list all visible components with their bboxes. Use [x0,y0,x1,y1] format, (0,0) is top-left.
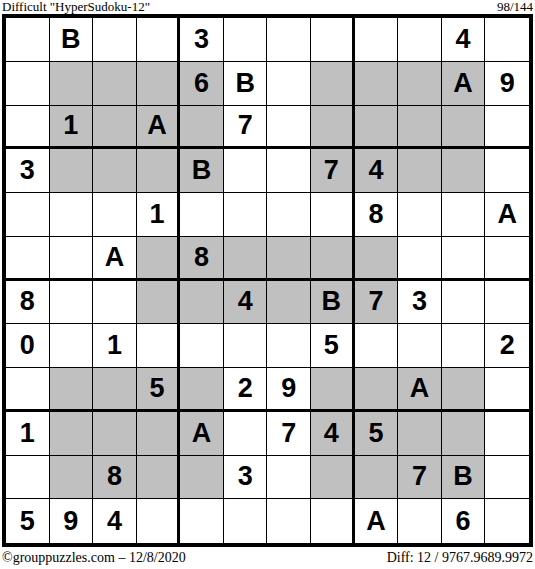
cell-r4c11[interactable] [442,149,486,193]
cell-r10c7[interactable]: 7 [267,412,311,456]
given-symbol: 7 [368,286,383,317]
cell-r9c3[interactable] [93,368,137,412]
cell-r1c9[interactable] [355,18,399,62]
given-symbol: 3 [412,286,427,317]
cell-r1c6[interactable] [224,18,268,62]
cell-r5c4[interactable]: 1 [137,193,181,237]
cell-r12c4[interactable] [137,499,181,543]
given-symbol: 3 [238,461,253,492]
cell-r3c1[interactable] [6,106,50,150]
cell-r10c6[interactable] [224,412,268,456]
cell-r3c4[interactable]: A [137,106,181,150]
cell-r10c4[interactable] [137,412,181,456]
given-symbol: 0 [20,330,35,361]
given-symbol: 4 [324,418,339,449]
cell-r9c2[interactable] [50,368,94,412]
cell-r12c10[interactable] [398,499,442,543]
cell-r8c6[interactable] [224,324,268,368]
cell-r8c8[interactable]: 5 [311,324,355,368]
cell-r9c8[interactable] [311,368,355,412]
cell-r6c5[interactable]: 8 [180,237,224,281]
cell-r11c1[interactable] [6,456,50,500]
given-symbol: 7 [281,418,296,449]
header: Difficult "HyperSudoku-12" 98/144 [2,0,533,14]
cell-r8c12[interactable]: 2 [485,324,529,368]
given-symbol: A [366,506,386,537]
cell-r7c4[interactable] [137,281,181,325]
cell-r1c4[interactable] [137,18,181,62]
cell-r4c5[interactable]: B [180,149,224,193]
given-symbol: 6 [456,506,471,537]
cell-r1c8[interactable] [311,18,355,62]
cell-r12c6[interactable] [224,499,268,543]
cell-r6c7[interactable] [267,237,311,281]
cell-r2c2[interactable] [50,62,94,106]
cell-r6c3[interactable]: A [93,237,137,281]
puzzle-page: Difficult "HyperSudoku-12" 98/144 B346BA… [0,0,535,569]
given-symbol: 8 [20,286,35,317]
cell-r1c5[interactable]: 3 [180,18,224,62]
cell-r5c11[interactable] [442,193,486,237]
cell-r2c6[interactable]: B [224,62,268,106]
given-symbol: 9 [281,373,296,404]
cell-r5c6[interactable] [224,193,268,237]
cell-r3c10[interactable] [398,106,442,150]
cell-r11c7[interactable] [267,456,311,500]
cell-r3c7[interactable] [267,106,311,150]
given-symbol: 2 [500,330,515,361]
given-symbol: 5 [368,418,383,449]
cell-r3c12[interactable] [485,106,529,150]
cell-r5c12[interactable]: A [485,193,529,237]
cell-r4c3[interactable] [93,149,137,193]
cell-r8c4[interactable] [137,324,181,368]
empty-cells-counter: 98/144 [497,0,533,13]
cell-r5c5[interactable] [180,193,224,237]
cell-r12c2[interactable]: 9 [50,499,94,543]
cell-r5c9[interactable]: 8 [355,193,399,237]
cell-r8c1[interactable]: 0 [6,324,50,368]
given-symbol: 5 [150,373,165,404]
cell-r2c9[interactable] [355,62,399,106]
cell-r10c2[interactable] [50,412,94,456]
cell-r8c3[interactable]: 1 [93,324,137,368]
cell-r10c3[interactable] [93,412,137,456]
given-symbol: 1 [63,110,78,141]
given-symbol: A [105,242,125,273]
cell-r11c8[interactable] [311,456,355,500]
given-symbol: 1 [20,418,35,449]
given-symbol: B [235,68,255,99]
cell-r4c12[interactable] [485,149,529,193]
cell-r1c12[interactable] [485,18,529,62]
cell-r1c3[interactable] [93,18,137,62]
cell-r6c4[interactable] [137,237,181,281]
cell-r8c9[interactable] [355,324,399,368]
given-symbol: 7 [324,155,339,186]
cell-r2c12[interactable]: 9 [485,62,529,106]
cell-r8c5[interactable] [180,324,224,368]
cell-r11c5[interactable] [180,456,224,500]
cell-r12c9[interactable]: A [355,499,399,543]
cell-r11c11[interactable]: B [442,456,486,500]
cell-r1c7[interactable] [267,18,311,62]
cell-r2c11[interactable]: A [442,62,486,106]
cell-r7c12[interactable] [485,281,529,325]
cell-r12c12[interactable] [485,499,529,543]
cell-r6c11[interactable] [442,237,486,281]
cell-r2c5[interactable]: 6 [180,62,224,106]
cell-r11c6[interactable]: 3 [224,456,268,500]
cell-r9c4[interactable]: 5 [137,368,181,412]
cell-r4c10[interactable] [398,149,442,193]
puzzle-title: Difficult "HyperSudoku-12" [2,0,150,13]
given-symbol: B [322,286,342,317]
cell-r9c11[interactable] [442,368,486,412]
given-symbol: 8 [194,242,209,273]
given-symbol: B [61,24,81,55]
given-symbol: 5 [324,330,339,361]
cell-r10c10[interactable] [398,412,442,456]
given-symbol: 1 [107,330,122,361]
cell-r10c1[interactable]: 1 [6,412,50,456]
given-symbol: 4 [238,286,253,317]
given-symbol: A [497,199,517,230]
cell-r9c5[interactable] [180,368,224,412]
cell-r1c1[interactable] [6,18,50,62]
footer: ©grouppuzzles.com – 12/8/2020 Diff: 12 /… [2,550,533,566]
cell-r6c10[interactable] [398,237,442,281]
cell-r1c10[interactable] [398,18,442,62]
cell-r8c11[interactable] [442,324,486,368]
cell-r10c8[interactable]: 4 [311,412,355,456]
cell-r8c7[interactable] [267,324,311,368]
cell-r5c2[interactable] [50,193,94,237]
cell-r4c2[interactable] [50,149,94,193]
cell-r6c1[interactable] [6,237,50,281]
cell-r10c12[interactable] [485,412,529,456]
cell-r11c3[interactable]: 8 [93,456,137,500]
cell-r8c10[interactable] [398,324,442,368]
cell-r6c2[interactable] [50,237,94,281]
cell-r3c3[interactable] [93,106,137,150]
given-symbol: 9 [500,68,515,99]
given-symbol: 8 [368,199,383,230]
cell-r10c11[interactable] [442,412,486,456]
given-symbol: 5 [20,506,35,537]
cell-r8c2[interactable] [50,324,94,368]
given-symbol: 3 [194,24,209,55]
cell-r2c4[interactable] [137,62,181,106]
cell-r7c3[interactable] [93,281,137,325]
cell-r7c8[interactable]: B [311,281,355,325]
given-symbol: 9 [63,506,78,537]
cell-r4c4[interactable] [137,149,181,193]
given-symbol: 3 [20,155,35,186]
given-symbol: A [453,68,473,99]
cell-r6c9[interactable] [355,237,399,281]
cell-r4c8[interactable]: 7 [311,149,355,193]
cell-r2c8[interactable] [311,62,355,106]
cell-r6c12[interactable] [485,237,529,281]
given-symbol: 8 [107,461,122,492]
cell-r7c6[interactable]: 4 [224,281,268,325]
cell-r7c11[interactable] [442,281,486,325]
cell-r4c9[interactable]: 4 [355,149,399,193]
cell-r2c7[interactable] [267,62,311,106]
cell-r11c2[interactable] [50,456,94,500]
cell-r2c1[interactable] [6,62,50,106]
difficulty-rating: Diff: 12 / 9767.9689.9972 [387,550,533,566]
cell-r9c7[interactable]: 9 [267,368,311,412]
cell-r6c6[interactable] [224,237,268,281]
given-symbol: 7 [238,110,253,141]
cell-r9c12[interactable] [485,368,529,412]
cell-r1c2[interactable]: B [50,18,94,62]
cell-r9c10[interactable]: A [398,368,442,412]
given-symbol: 7 [412,461,427,492]
cell-r2c10[interactable] [398,62,442,106]
given-symbol: B [453,461,473,492]
cell-r9c9[interactable] [355,368,399,412]
cell-r4c7[interactable] [267,149,311,193]
cell-r7c2[interactable] [50,281,94,325]
given-symbol: A [147,110,167,141]
cell-r11c12[interactable] [485,456,529,500]
cell-r5c3[interactable] [93,193,137,237]
given-symbol: 4 [368,155,383,186]
cell-r9c6[interactable]: 2 [224,368,268,412]
cell-r3c11[interactable] [442,106,486,150]
given-symbol: 1 [150,199,165,230]
given-symbol: 6 [194,68,209,99]
cell-r6c8[interactable] [311,237,355,281]
cell-r3c5[interactable] [180,106,224,150]
cell-r3c6[interactable]: 7 [224,106,268,150]
cell-r10c9[interactable]: 5 [355,412,399,456]
cell-r3c8[interactable] [311,106,355,150]
cell-r12c7[interactable] [267,499,311,543]
cell-r5c7[interactable] [267,193,311,237]
cell-r7c10[interactable]: 3 [398,281,442,325]
cell-r5c1[interactable] [6,193,50,237]
cell-r10c5[interactable]: A [180,412,224,456]
cell-r11c9[interactable] [355,456,399,500]
cell-r7c5[interactable] [180,281,224,325]
cell-r2c3[interactable] [93,62,137,106]
cell-r9c1[interactable] [6,368,50,412]
given-symbol: 4 [107,506,122,537]
copyright-text: ©grouppuzzles.com – 12/8/2020 [2,550,186,566]
cell-r12c8[interactable] [311,499,355,543]
cell-r11c4[interactable] [137,456,181,500]
cell-r7c7[interactable] [267,281,311,325]
cell-r11c10[interactable]: 7 [398,456,442,500]
cell-r12c5[interactable] [180,499,224,543]
sudoku-board: B346BA91A73B7418AA884B730152529A1A745837… [2,14,533,547]
cell-r7c9[interactable]: 7 [355,281,399,325]
given-symbol: A [192,418,212,449]
given-symbol: 2 [238,373,253,404]
cell-r3c2[interactable]: 1 [50,106,94,150]
given-symbol: 4 [456,24,471,55]
cell-r1c11[interactable]: 4 [442,18,486,62]
cell-r4c1[interactable]: 3 [6,149,50,193]
cell-r12c3[interactable]: 4 [93,499,137,543]
cell-r5c10[interactable] [398,193,442,237]
given-symbol: B [192,155,212,186]
cell-r3c9[interactable] [355,106,399,150]
given-symbol: A [410,373,430,404]
cell-r5c8[interactable] [311,193,355,237]
cell-r12c11[interactable]: 6 [442,499,486,543]
cell-r4c6[interactable] [224,149,268,193]
cell-r12c1[interactable]: 5 [6,499,50,543]
cell-r7c1[interactable]: 8 [6,281,50,325]
